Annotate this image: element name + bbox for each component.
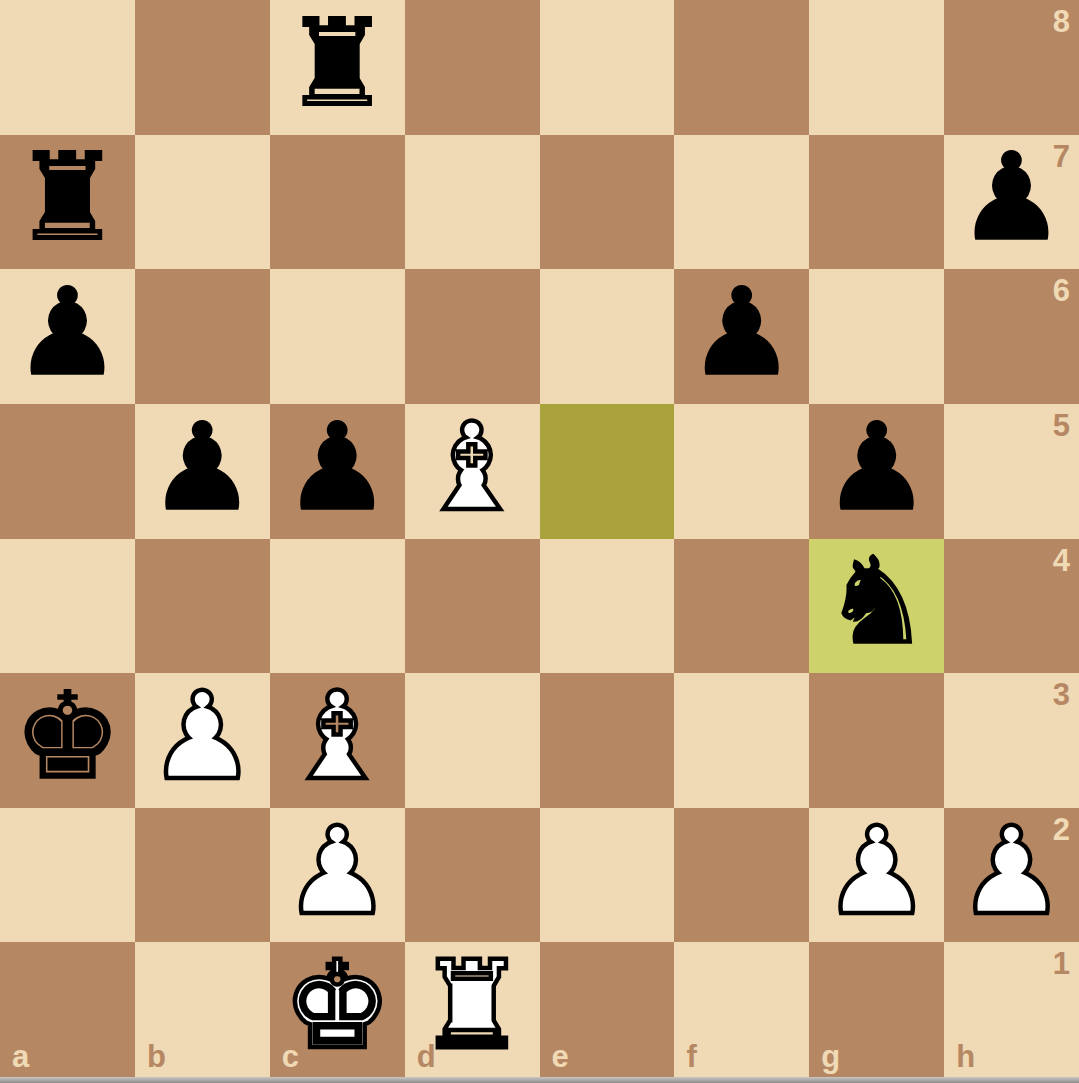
square-c3[interactable]: ♝ xyxy=(270,673,405,808)
square-e4[interactable] xyxy=(540,539,675,674)
square-c2[interactable]: ♟ xyxy=(270,808,405,943)
white-rook[interactable]: ♜ xyxy=(418,945,526,1066)
square-e5[interactable] xyxy=(540,404,675,539)
square-c8[interactable]: ♜ xyxy=(270,0,405,135)
square-e6[interactable] xyxy=(540,269,675,404)
square-c4[interactable] xyxy=(270,539,405,674)
square-c5[interactable]: ♟ xyxy=(270,404,405,539)
square-f6[interactable]: ♟ xyxy=(674,269,809,404)
square-h8[interactable]: 8 xyxy=(944,0,1079,135)
square-f8[interactable] xyxy=(674,0,809,135)
square-g8[interactable] xyxy=(809,0,944,135)
square-c7[interactable] xyxy=(270,135,405,270)
square-b8[interactable] xyxy=(135,0,270,135)
square-h3[interactable]: 3 xyxy=(944,673,1079,808)
square-h1[interactable]: 1h xyxy=(944,942,1079,1077)
square-b2[interactable] xyxy=(135,808,270,943)
square-b6[interactable] xyxy=(135,269,270,404)
square-d8[interactable] xyxy=(405,0,540,135)
chess-board[interactable]: ♜8♜7♟♟♟6♟♟♝♟5♞4♚♟♝3♟♟2♟abc♚d♜efg1h xyxy=(0,0,1079,1077)
square-f5[interactable] xyxy=(674,404,809,539)
white-bishop[interactable]: ♝ xyxy=(283,676,391,797)
square-b3[interactable]: ♟ xyxy=(135,673,270,808)
black-pawn[interactable]: ♟ xyxy=(957,137,1065,258)
square-a8[interactable] xyxy=(0,0,135,135)
square-d3[interactable] xyxy=(405,673,540,808)
black-rook[interactable]: ♜ xyxy=(283,3,391,124)
white-pawn[interactable]: ♟ xyxy=(283,811,391,932)
square-h6[interactable]: 6 xyxy=(944,269,1079,404)
square-e1[interactable]: e xyxy=(540,942,675,1077)
square-d4[interactable] xyxy=(405,539,540,674)
square-f7[interactable] xyxy=(674,135,809,270)
file-label-f: f xyxy=(686,1041,696,1072)
black-pawn[interactable]: ♟ xyxy=(148,407,256,528)
black-pawn[interactable]: ♟ xyxy=(13,272,121,393)
square-c6[interactable] xyxy=(270,269,405,404)
square-g5[interactable]: ♟ xyxy=(809,404,944,539)
file-label-e: e xyxy=(552,1041,569,1072)
square-d2[interactable] xyxy=(405,808,540,943)
square-h2[interactable]: 2♟ xyxy=(944,808,1079,943)
square-e2[interactable] xyxy=(540,808,675,943)
square-e3[interactable] xyxy=(540,673,675,808)
square-g1[interactable]: g xyxy=(809,942,944,1077)
page: ♜8♜7♟♟♟6♟♟♝♟5♞4♚♟♝3♟♟2♟abc♚d♜efg1h xyxy=(0,0,1079,1083)
black-pawn[interactable]: ♟ xyxy=(283,407,391,528)
square-h5[interactable]: 5 xyxy=(944,404,1079,539)
rank-label-8: 8 xyxy=(1053,6,1070,37)
file-label-g: g xyxy=(821,1041,840,1072)
rank-label-6: 6 xyxy=(1053,275,1070,306)
square-f3[interactable] xyxy=(674,673,809,808)
white-pawn[interactable]: ♟ xyxy=(957,811,1065,932)
square-d1[interactable]: d♜ xyxy=(405,942,540,1077)
square-h7[interactable]: 7♟ xyxy=(944,135,1079,270)
white-pawn[interactable]: ♟ xyxy=(822,811,930,932)
square-e8[interactable] xyxy=(540,0,675,135)
square-h4[interactable]: 4 xyxy=(944,539,1079,674)
square-c1[interactable]: c♚ xyxy=(270,942,405,1077)
square-a6[interactable]: ♟ xyxy=(0,269,135,404)
square-a2[interactable] xyxy=(0,808,135,943)
rank-label-1: 1 xyxy=(1053,948,1070,979)
bottom-strip xyxy=(0,1077,1079,1083)
square-a4[interactable] xyxy=(0,539,135,674)
file-label-h: h xyxy=(956,1041,975,1072)
square-d7[interactable] xyxy=(405,135,540,270)
square-g7[interactable] xyxy=(809,135,944,270)
black-knight[interactable]: ♞ xyxy=(822,541,930,662)
square-d5[interactable]: ♝ xyxy=(405,404,540,539)
black-pawn[interactable]: ♟ xyxy=(822,407,930,528)
square-b1[interactable]: b xyxy=(135,942,270,1077)
square-f2[interactable] xyxy=(674,808,809,943)
rank-label-5: 5 xyxy=(1053,410,1070,441)
square-a7[interactable]: ♜ xyxy=(0,135,135,270)
black-rook[interactable]: ♜ xyxy=(13,137,121,258)
square-g4[interactable]: ♞ xyxy=(809,539,944,674)
file-label-a: a xyxy=(12,1041,29,1072)
square-f1[interactable]: f xyxy=(674,942,809,1077)
square-g6[interactable] xyxy=(809,269,944,404)
square-g3[interactable] xyxy=(809,673,944,808)
white-king[interactable]: ♚ xyxy=(283,945,391,1066)
white-bishop[interactable]: ♝ xyxy=(418,407,526,528)
square-a5[interactable] xyxy=(0,404,135,539)
square-a1[interactable]: a xyxy=(0,942,135,1077)
rank-label-3: 3 xyxy=(1053,679,1070,710)
square-b5[interactable]: ♟ xyxy=(135,404,270,539)
file-label-b: b xyxy=(147,1041,166,1072)
square-b4[interactable] xyxy=(135,539,270,674)
square-d6[interactable] xyxy=(405,269,540,404)
square-f4[interactable] xyxy=(674,539,809,674)
black-king[interactable]: ♚ xyxy=(13,676,121,797)
white-pawn[interactable]: ♟ xyxy=(148,676,256,797)
square-b7[interactable] xyxy=(135,135,270,270)
rank-label-4: 4 xyxy=(1053,545,1070,576)
square-a3[interactable]: ♚ xyxy=(0,673,135,808)
black-pawn[interactable]: ♟ xyxy=(688,272,796,393)
square-e7[interactable] xyxy=(540,135,675,270)
square-g2[interactable]: ♟ xyxy=(809,808,944,943)
